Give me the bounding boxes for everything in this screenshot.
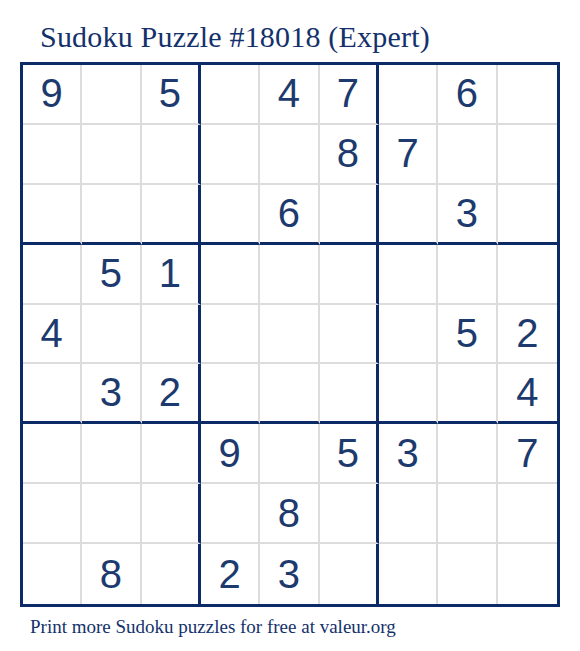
sudoku-cell[interactable]: 5 <box>320 424 379 484</box>
sudoku-cell[interactable] <box>438 125 497 185</box>
sudoku-cell[interactable] <box>379 544 438 604</box>
sudoku-cell[interactable]: 7 <box>379 125 438 185</box>
sudoku-cell[interactable] <box>438 245 497 305</box>
sudoku-cell[interactable] <box>142 484 201 544</box>
sudoku-cell[interactable] <box>23 424 82 484</box>
page-title: Sudoku Puzzle #18018 (Expert) <box>40 20 430 54</box>
sudoku-cell[interactable] <box>260 305 319 365</box>
sudoku-cell[interactable] <box>142 125 201 185</box>
sudoku-cell[interactable]: 9 <box>201 424 260 484</box>
sudoku-cell[interactable]: 2 <box>201 544 260 604</box>
sudoku-cell[interactable]: 4 <box>260 65 319 125</box>
sudoku-cell[interactable] <box>498 65 557 125</box>
sudoku-cell[interactable] <box>82 185 141 245</box>
sudoku-cell[interactable]: 4 <box>23 305 82 365</box>
sudoku-cell[interactable] <box>320 305 379 365</box>
sudoku-cell[interactable] <box>201 185 260 245</box>
sudoku-cell[interactable] <box>82 424 141 484</box>
sudoku-cell[interactable]: 8 <box>320 125 379 185</box>
sudoku-cell[interactable] <box>379 65 438 125</box>
sudoku-cell[interactable] <box>498 484 557 544</box>
sudoku-cell[interactable] <box>23 364 82 424</box>
sudoku-cell[interactable] <box>201 245 260 305</box>
sudoku-cell[interactable]: 1 <box>142 245 201 305</box>
sudoku-cell[interactable] <box>260 245 319 305</box>
sudoku-cell[interactable] <box>320 245 379 305</box>
sudoku-cell[interactable] <box>438 424 497 484</box>
sudoku-cell[interactable] <box>82 484 141 544</box>
sudoku-cell[interactable]: 7 <box>320 65 379 125</box>
sudoku-cell[interactable]: 4 <box>498 364 557 424</box>
sudoku-cell[interactable] <box>82 305 141 365</box>
sudoku-cell[interactable] <box>201 484 260 544</box>
sudoku-cell[interactable]: 3 <box>438 185 497 245</box>
sudoku-cell[interactable] <box>438 364 497 424</box>
sudoku-cell[interactable] <box>498 544 557 604</box>
sudoku-cell[interactable] <box>379 245 438 305</box>
sudoku-cell[interactable] <box>142 305 201 365</box>
sudoku-cell[interactable]: 8 <box>82 544 141 604</box>
sudoku-cell[interactable] <box>260 125 319 185</box>
sudoku-cell[interactable] <box>260 364 319 424</box>
sudoku-cell[interactable] <box>320 484 379 544</box>
sudoku-cell[interactable]: 3 <box>260 544 319 604</box>
sudoku-grid: 9547687635145232495378823 <box>20 62 560 607</box>
sudoku-cell[interactable] <box>23 185 82 245</box>
sudoku-cell[interactable] <box>201 305 260 365</box>
footer-text: Print more Sudoku puzzles for free at va… <box>30 616 396 638</box>
sudoku-cell[interactable] <box>23 544 82 604</box>
sudoku-cell[interactable] <box>498 245 557 305</box>
sudoku-page: Sudoku Puzzle #18018 (Expert) 9547687635… <box>0 0 580 651</box>
sudoku-cell[interactable] <box>23 245 82 305</box>
sudoku-cell[interactable] <box>498 185 557 245</box>
sudoku-cell[interactable] <box>142 424 201 484</box>
sudoku-cell[interactable] <box>201 65 260 125</box>
sudoku-cell[interactable] <box>201 125 260 185</box>
sudoku-cell[interactable] <box>201 364 260 424</box>
sudoku-cell[interactable]: 7 <box>498 424 557 484</box>
sudoku-cell[interactable]: 5 <box>438 305 497 365</box>
sudoku-cell[interactable] <box>142 544 201 604</box>
sudoku-cell[interactable] <box>320 364 379 424</box>
sudoku-cell[interactable]: 3 <box>379 424 438 484</box>
sudoku-cell[interactable]: 6 <box>260 185 319 245</box>
sudoku-cell[interactable]: 8 <box>260 484 319 544</box>
sudoku-cell[interactable]: 5 <box>142 65 201 125</box>
sudoku-cell[interactable]: 3 <box>82 364 141 424</box>
sudoku-cell[interactable] <box>379 484 438 544</box>
sudoku-cell[interactable] <box>142 185 201 245</box>
sudoku-cell[interactable] <box>82 125 141 185</box>
sudoku-cell[interactable] <box>260 424 319 484</box>
sudoku-cell[interactable] <box>379 305 438 365</box>
sudoku-cell[interactable] <box>438 544 497 604</box>
sudoku-cell[interactable] <box>379 364 438 424</box>
sudoku-cell[interactable] <box>82 65 141 125</box>
sudoku-cell[interactable] <box>438 484 497 544</box>
sudoku-cell[interactable]: 2 <box>498 305 557 365</box>
sudoku-cell[interactable]: 2 <box>142 364 201 424</box>
sudoku-cell[interactable] <box>23 125 82 185</box>
sudoku-cell[interactable] <box>23 484 82 544</box>
sudoku-cell[interactable] <box>498 125 557 185</box>
sudoku-cell[interactable]: 5 <box>82 245 141 305</box>
sudoku-cell[interactable] <box>320 544 379 604</box>
sudoku-cell[interactable]: 9 <box>23 65 82 125</box>
sudoku-cell[interactable] <box>379 185 438 245</box>
sudoku-cell[interactable] <box>320 185 379 245</box>
sudoku-cell[interactable]: 6 <box>438 65 497 125</box>
